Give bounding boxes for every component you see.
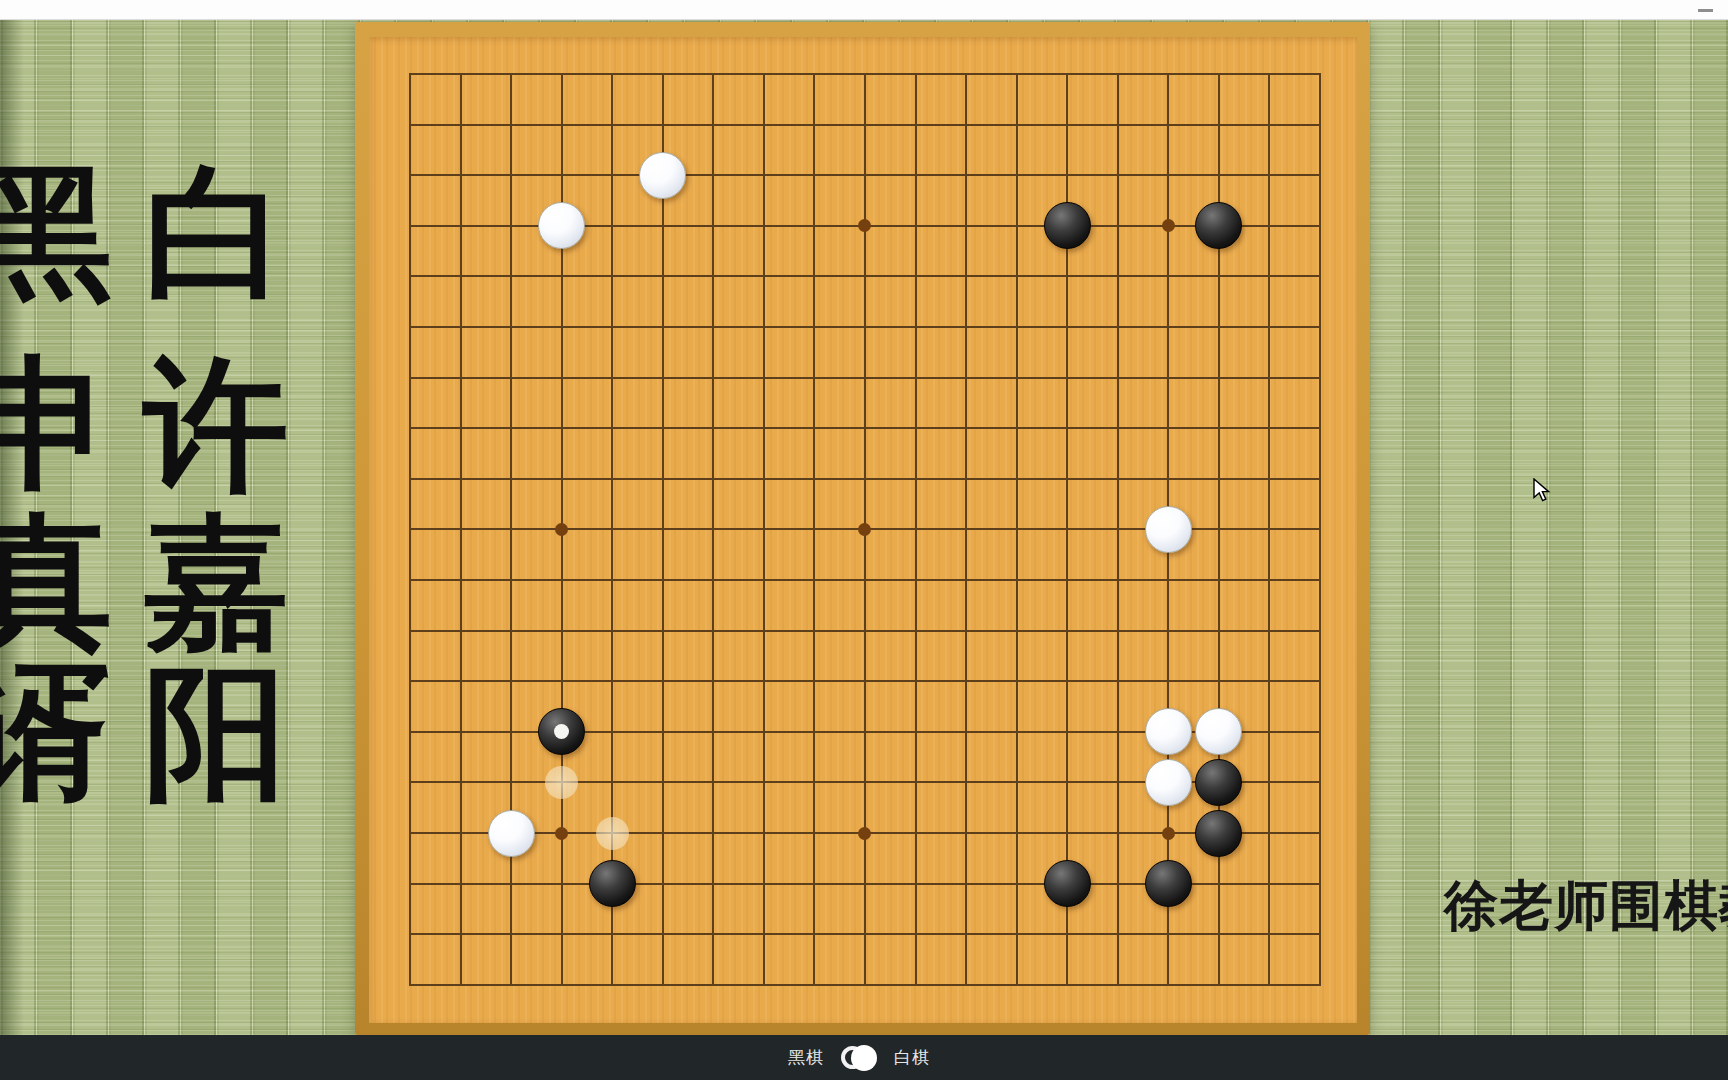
stone-black-R5 xyxy=(1195,759,1242,806)
stone-color-toggle[interactable] xyxy=(841,1045,877,1071)
bottom-bar: 黑棋 白棋 xyxy=(0,1035,1728,1080)
stone-white-Q10 xyxy=(1145,506,1192,553)
star-point xyxy=(858,219,871,232)
minimize-icon[interactable] xyxy=(1698,9,1713,12)
star-point xyxy=(555,827,568,840)
stone-white-D16 xyxy=(538,202,585,249)
current-move-marker xyxy=(554,724,569,739)
star-point xyxy=(858,827,871,840)
branding-text: 徐老师围棋教室 xyxy=(1444,870,1728,943)
grid-line xyxy=(409,680,1321,682)
stone-black-Q3 xyxy=(1145,860,1192,907)
grid-line xyxy=(965,73,967,986)
stone-black-R4 xyxy=(1195,810,1242,857)
grid-line xyxy=(1117,73,1119,986)
stone-black-D6 xyxy=(538,708,585,755)
star-point xyxy=(1162,827,1175,840)
grid-line xyxy=(409,579,1321,581)
stone-white-C4 xyxy=(488,810,535,857)
stone-white-Q6 xyxy=(1145,708,1192,755)
star-point xyxy=(555,523,568,536)
grid-line xyxy=(409,630,1321,632)
star-point xyxy=(858,523,871,536)
stone-black-R16 xyxy=(1195,202,1242,249)
ghost-stone-E4 xyxy=(596,817,629,850)
grid-line xyxy=(409,984,1321,986)
grid-line xyxy=(1268,73,1270,986)
mouse-cursor xyxy=(1533,478,1559,506)
window-titlebar xyxy=(0,0,1728,20)
go-board-grid[interactable] xyxy=(410,74,1320,985)
stone-black-O3 xyxy=(1044,860,1091,907)
star-point xyxy=(1162,219,1175,232)
grid-line xyxy=(1319,73,1321,986)
stone-black-E3 xyxy=(589,860,636,907)
stone-white-F17 xyxy=(639,152,686,199)
white-stones-label: 白棋 xyxy=(894,1046,930,1069)
tatami-left-shade xyxy=(0,20,24,1035)
white-stone-knob-icon xyxy=(851,1045,877,1071)
stone-white-Q5 xyxy=(1145,759,1192,806)
grid-line xyxy=(1016,73,1018,986)
stone-black-O16 xyxy=(1044,202,1091,249)
grid-line xyxy=(915,73,917,986)
ghost-stone-D5 xyxy=(545,766,578,799)
black-stones-label: 黑棋 xyxy=(788,1046,824,1069)
grid-line xyxy=(409,933,1321,935)
stone-white-R6 xyxy=(1195,708,1242,755)
stone-color-toggle-group: 黑棋 白棋 xyxy=(788,1045,930,1071)
